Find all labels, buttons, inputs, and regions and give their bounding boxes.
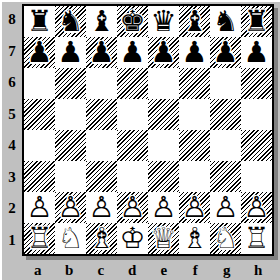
file-label-b: b [54, 260, 86, 280]
file-label-a: a [22, 260, 54, 280]
square-b7[interactable]: ♟♟ [55, 37, 86, 68]
square-h8[interactable]: ♜♜ [241, 6, 272, 37]
piece-glyph: ♟ [241, 37, 272, 68]
piece-glyph: ♗ [179, 223, 210, 254]
white-pawn-piece[interactable]: ♟♙ [179, 192, 210, 223]
white-pawn-piece[interactable]: ♟♙ [210, 192, 241, 223]
square-d3[interactable] [117, 161, 148, 192]
square-e5[interactable] [148, 99, 179, 130]
square-b3[interactable] [55, 161, 86, 192]
white-rook-piece[interactable]: ♜♖ [241, 223, 272, 254]
chess-board: ♜♜♞♞♝♝♚♚♛♛♝♝♞♞♜♜♟♟♟♟♟♟♟♟♟♟♟♟♟♟♟♟♟♙♟♙♟♙♟♙… [24, 6, 272, 254]
piece-glyph: ♟ [179, 37, 210, 68]
file-label-d: d [117, 260, 149, 280]
rank-label-6: 6 [2, 67, 22, 99]
piece-glyph: ♛ [148, 6, 179, 37]
rank-label-2: 2 [2, 193, 22, 225]
piece-glyph: ♞ [55, 6, 86, 37]
white-pawn-piece[interactable]: ♟♙ [86, 192, 117, 223]
square-g3[interactable] [210, 161, 241, 192]
white-pawn-piece[interactable]: ♟♙ [117, 192, 148, 223]
square-a5[interactable] [24, 99, 55, 130]
square-f6[interactable] [179, 68, 210, 99]
square-h3[interactable] [241, 161, 272, 192]
square-e1[interactable]: ♛♕ [148, 223, 179, 254]
white-pawn-piece[interactable]: ♟♙ [55, 192, 86, 223]
square-f1[interactable]: ♝♗ [179, 223, 210, 254]
piece-glyph: ♟ [55, 37, 86, 68]
piece-glyph: ♗ [86, 223, 117, 254]
square-h7[interactable]: ♟♟ [241, 37, 272, 68]
square-e8[interactable]: ♛♛ [148, 6, 179, 37]
white-pawn-piece[interactable]: ♟♙ [24, 192, 55, 223]
square-d7[interactable]: ♟♟ [117, 37, 148, 68]
file-label-f: f [180, 260, 212, 280]
square-b5[interactable] [55, 99, 86, 130]
square-h6[interactable] [241, 68, 272, 99]
square-e6[interactable] [148, 68, 179, 99]
piece-glyph: ♞ [210, 6, 241, 37]
square-c1[interactable]: ♝♗ [86, 223, 117, 254]
square-a7[interactable]: ♟♟ [24, 37, 55, 68]
square-d8[interactable]: ♚♚ [117, 6, 148, 37]
black-knight-piece[interactable]: ♞♞ [210, 6, 241, 37]
black-pawn-piece[interactable]: ♟♟ [148, 37, 179, 68]
black-bishop-piece[interactable]: ♝♝ [86, 6, 117, 37]
square-a8[interactable]: ♜♜ [24, 6, 55, 37]
square-g5[interactable] [210, 99, 241, 130]
square-c8[interactable]: ♝♝ [86, 6, 117, 37]
square-e7[interactable]: ♟♟ [148, 37, 179, 68]
square-f7[interactable]: ♟♟ [179, 37, 210, 68]
file-label-e: e [148, 260, 180, 280]
square-f8[interactable]: ♝♝ [179, 6, 210, 37]
piece-glyph: ♙ [210, 192, 241, 223]
square-a4[interactable] [24, 130, 55, 161]
board-frame: ♜♜♞♞♝♝♚♚♛♛♝♝♞♞♜♜♟♟♟♟♟♟♟♟♟♟♟♟♟♟♟♟♟♙♟♙♟♙♟♙… [22, 4, 274, 256]
piece-glyph: ♔ [117, 223, 148, 254]
square-b1[interactable]: ♞♘ [55, 223, 86, 254]
rank-label-4: 4 [2, 130, 22, 162]
square-b6[interactable] [55, 68, 86, 99]
black-pawn-piece[interactable]: ♟♟ [117, 37, 148, 68]
square-g2[interactable]: ♟♙ [210, 192, 241, 223]
piece-glyph: ♟ [117, 37, 148, 68]
piece-glyph: ♟ [148, 37, 179, 68]
rank-label-3: 3 [2, 162, 22, 194]
rank-label-8: 8 [2, 4, 22, 36]
square-f5[interactable] [179, 99, 210, 130]
square-a3[interactable] [24, 161, 55, 192]
rank-label-1: 1 [2, 225, 22, 257]
file-labels: abcdefgh [22, 260, 274, 280]
square-g8[interactable]: ♞♞ [210, 6, 241, 37]
square-e2[interactable]: ♟♙ [148, 192, 179, 223]
white-pawn-piece[interactable]: ♟♙ [241, 192, 272, 223]
square-h1[interactable]: ♜♖ [241, 223, 272, 254]
white-knight-piece[interactable]: ♞♘ [55, 223, 86, 254]
square-f2[interactable]: ♟♙ [179, 192, 210, 223]
piece-glyph: ♝ [86, 6, 117, 37]
black-pawn-piece[interactable]: ♟♟ [55, 37, 86, 68]
square-h4[interactable] [241, 130, 272, 161]
black-queen-piece[interactable]: ♛♛ [148, 6, 179, 37]
piece-glyph: ♙ [55, 192, 86, 223]
rank-labels: 87654321 [2, 4, 22, 256]
square-c6[interactable] [86, 68, 117, 99]
piece-glyph: ♖ [241, 223, 272, 254]
square-c7[interactable]: ♟♟ [86, 37, 117, 68]
square-d5[interactable] [117, 99, 148, 130]
piece-glyph: ♙ [241, 192, 272, 223]
black-pawn-piece[interactable]: ♟♟ [86, 37, 117, 68]
black-king-piece[interactable]: ♚♚ [117, 6, 148, 37]
square-c2[interactable]: ♟♙ [86, 192, 117, 223]
piece-glyph: ♝ [179, 6, 210, 37]
white-rook-piece[interactable]: ♜♖ [24, 223, 55, 254]
piece-glyph: ♟ [86, 37, 117, 68]
black-pawn-piece[interactable]: ♟♟ [24, 37, 55, 68]
square-g7[interactable]: ♟♟ [210, 37, 241, 68]
piece-glyph: ♙ [86, 192, 117, 223]
black-pawn-piece[interactable]: ♟♟ [210, 37, 241, 68]
black-rook-piece[interactable]: ♜♜ [241, 6, 272, 37]
square-c3[interactable] [86, 161, 117, 192]
square-d4[interactable] [117, 130, 148, 161]
square-d2[interactable]: ♟♙ [117, 192, 148, 223]
piece-glyph: ♙ [24, 192, 55, 223]
piece-glyph: ♚ [117, 6, 148, 37]
white-bishop-piece[interactable]: ♝♗ [179, 223, 210, 254]
square-b4[interactable] [55, 130, 86, 161]
square-d6[interactable] [117, 68, 148, 99]
file-label-g: g [211, 260, 243, 280]
square-c4[interactable] [86, 130, 117, 161]
black-pawn-piece[interactable]: ♟♟ [179, 37, 210, 68]
white-queen-piece[interactable]: ♛♕ [148, 223, 179, 254]
rank-label-5: 5 [2, 99, 22, 131]
piece-glyph: ♖ [24, 223, 55, 254]
piece-glyph: ♕ [148, 223, 179, 254]
square-e3[interactable] [148, 161, 179, 192]
piece-glyph: ♙ [117, 192, 148, 223]
piece-glyph: ♘ [210, 223, 241, 254]
piece-glyph: ♘ [55, 223, 86, 254]
file-label-c: c [85, 260, 117, 280]
chess-diagram-window: 87654321 ♜♜♞♞♝♝♚♚♛♛♝♝♞♞♜♜♟♟♟♟♟♟♟♟♟♟♟♟♟♟♟… [0, 0, 280, 280]
white-king-piece[interactable]: ♚♔ [117, 223, 148, 254]
square-a6[interactable] [24, 68, 55, 99]
square-h5[interactable] [241, 99, 272, 130]
piece-glyph: ♟ [210, 37, 241, 68]
square-a2[interactable]: ♟♙ [24, 192, 55, 223]
square-b2[interactable]: ♟♙ [55, 192, 86, 223]
black-knight-piece[interactable]: ♞♞ [55, 6, 86, 37]
square-g4[interactable] [210, 130, 241, 161]
piece-glyph: ♜ [241, 6, 272, 37]
square-f3[interactable] [179, 161, 210, 192]
file-label-h: h [243, 260, 275, 280]
square-h2[interactable]: ♟♙ [241, 192, 272, 223]
black-rook-piece[interactable]: ♜♜ [24, 6, 55, 37]
square-e4[interactable] [148, 130, 179, 161]
black-pawn-piece[interactable]: ♟♟ [241, 37, 272, 68]
piece-glyph: ♙ [179, 192, 210, 223]
piece-glyph: ♜ [24, 6, 55, 37]
square-c5[interactable] [86, 99, 117, 130]
piece-glyph: ♟ [24, 37, 55, 68]
white-knight-piece[interactable]: ♞♘ [210, 223, 241, 254]
square-g6[interactable] [210, 68, 241, 99]
white-pawn-piece[interactable]: ♟♙ [148, 192, 179, 223]
black-bishop-piece[interactable]: ♝♝ [179, 6, 210, 37]
piece-glyph: ♙ [148, 192, 179, 223]
square-b8[interactable]: ♞♞ [55, 6, 86, 37]
white-bishop-piece[interactable]: ♝♗ [86, 223, 117, 254]
square-a1[interactable]: ♜♖ [24, 223, 55, 254]
rank-label-7: 7 [2, 36, 22, 68]
square-f4[interactable] [179, 130, 210, 161]
square-g1[interactable]: ♞♘ [210, 223, 241, 254]
square-d1[interactable]: ♚♔ [117, 223, 148, 254]
